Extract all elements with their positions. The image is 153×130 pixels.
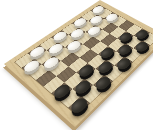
- board-grid: [15, 5, 153, 115]
- checkers-board: [4, 0, 153, 127]
- photo-canvas: [0, 0, 153, 130]
